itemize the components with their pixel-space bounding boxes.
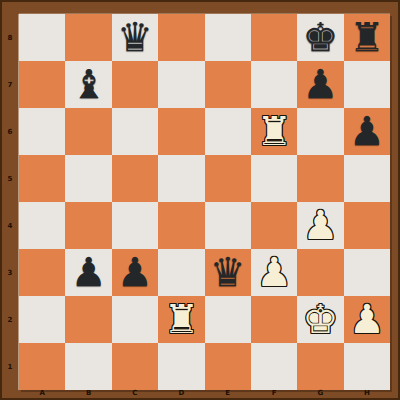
square-d7[interactable]	[158, 61, 204, 108]
rank-label-2: 2	[2, 296, 18, 343]
piece-black-bishop[interactable]: ♝	[71, 64, 107, 104]
square-g7[interactable]: ♟	[297, 61, 343, 108]
piece-black-pawn[interactable]: ♟	[303, 64, 339, 104]
square-b4[interactable]	[65, 202, 111, 249]
rank-label-4: 4	[2, 202, 18, 249]
piece-white-rook[interactable]: ♜	[256, 111, 292, 151]
square-c5[interactable]	[112, 155, 158, 202]
square-b5[interactable]	[65, 155, 111, 202]
square-f1[interactable]	[251, 343, 297, 390]
square-h4[interactable]	[344, 202, 390, 249]
square-b6[interactable]	[65, 108, 111, 155]
square-g3[interactable]	[297, 249, 343, 296]
piece-white-pawn[interactable]: ♟	[256, 252, 292, 292]
piece-white-king[interactable]: ♚	[303, 299, 339, 339]
square-c2[interactable]	[112, 296, 158, 343]
square-a3[interactable]	[19, 249, 65, 296]
square-a2[interactable]	[19, 296, 65, 343]
square-d2[interactable]: ♜	[158, 296, 204, 343]
piece-white-pawn[interactable]: ♟	[349, 299, 385, 339]
file-label-f: F	[251, 387, 297, 398]
rank-label-1: 1	[2, 343, 18, 390]
file-label-a: A	[19, 387, 65, 398]
square-f8[interactable]	[251, 14, 297, 61]
square-h5[interactable]	[344, 155, 390, 202]
square-h2[interactable]: ♟	[344, 296, 390, 343]
file-label-b: B	[65, 387, 111, 398]
square-f2[interactable]	[251, 296, 297, 343]
rank-label-8: 8	[2, 14, 18, 61]
square-d8[interactable]	[158, 14, 204, 61]
file-label-h: H	[344, 387, 390, 398]
square-a7[interactable]	[19, 61, 65, 108]
square-a8[interactable]	[19, 14, 65, 61]
piece-white-pawn[interactable]: ♟	[303, 205, 339, 245]
square-e3[interactable]: ♛	[205, 249, 251, 296]
square-c4[interactable]	[112, 202, 158, 249]
chess-board: ♛♚♜♝♟♜♟♟♟♟♛♟♜♚♟	[19, 14, 390, 390]
piece-black-pawn[interactable]: ♟	[349, 111, 385, 151]
square-h8[interactable]: ♜	[344, 14, 390, 61]
square-e5[interactable]	[205, 155, 251, 202]
square-e2[interactable]	[205, 296, 251, 343]
square-g6[interactable]	[297, 108, 343, 155]
square-g5[interactable]	[297, 155, 343, 202]
square-d1[interactable]	[158, 343, 204, 390]
file-label-c: C	[112, 387, 158, 398]
square-g2[interactable]: ♚	[297, 296, 343, 343]
square-g8[interactable]: ♚	[297, 14, 343, 61]
piece-black-pawn[interactable]: ♟	[117, 252, 153, 292]
square-g1[interactable]	[297, 343, 343, 390]
square-c8[interactable]: ♛	[112, 14, 158, 61]
square-b1[interactable]	[65, 343, 111, 390]
square-c3[interactable]: ♟	[112, 249, 158, 296]
piece-black-rook[interactable]: ♜	[349, 17, 385, 57]
square-g4[interactable]: ♟	[297, 202, 343, 249]
square-a4[interactable]	[19, 202, 65, 249]
square-a6[interactable]	[19, 108, 65, 155]
square-f7[interactable]	[251, 61, 297, 108]
square-e8[interactable]	[205, 14, 251, 61]
square-e7[interactable]	[205, 61, 251, 108]
piece-white-rook[interactable]: ♜	[163, 299, 199, 339]
file-label-e: E	[205, 387, 251, 398]
square-f4[interactable]	[251, 202, 297, 249]
square-b2[interactable]	[65, 296, 111, 343]
piece-black-pawn[interactable]: ♟	[71, 252, 107, 292]
square-e4[interactable]	[205, 202, 251, 249]
file-label-g: G	[297, 387, 343, 398]
square-e1[interactable]	[205, 343, 251, 390]
square-a5[interactable]	[19, 155, 65, 202]
square-d4[interactable]	[158, 202, 204, 249]
square-e6[interactable]	[205, 108, 251, 155]
square-h7[interactable]	[344, 61, 390, 108]
square-b3[interactable]: ♟	[65, 249, 111, 296]
rank-label-3: 3	[2, 249, 18, 296]
rank-label-7: 7	[2, 61, 18, 108]
square-b7[interactable]: ♝	[65, 61, 111, 108]
square-c1[interactable]	[112, 343, 158, 390]
square-d5[interactable]	[158, 155, 204, 202]
square-d3[interactable]	[158, 249, 204, 296]
rank-label-5: 5	[2, 155, 18, 202]
chess-board-frame: ♛♚♜♝♟♜♟♟♟♟♛♟♜♚♟ 87654321ABCDEFGH	[0, 0, 400, 400]
square-f5[interactable]	[251, 155, 297, 202]
square-f3[interactable]: ♟	[251, 249, 297, 296]
piece-black-queen[interactable]: ♛	[117, 17, 153, 57]
square-c7[interactable]	[112, 61, 158, 108]
piece-black-queen[interactable]: ♛	[210, 252, 246, 292]
file-label-d: D	[158, 387, 204, 398]
square-c6[interactable]	[112, 108, 158, 155]
square-b8[interactable]	[65, 14, 111, 61]
piece-black-king[interactable]: ♚	[303, 17, 339, 57]
rank-label-6: 6	[2, 108, 18, 155]
square-a1[interactable]	[19, 343, 65, 390]
square-h1[interactable]	[344, 343, 390, 390]
square-h6[interactable]: ♟	[344, 108, 390, 155]
square-d6[interactable]	[158, 108, 204, 155]
square-h3[interactable]	[344, 249, 390, 296]
square-f6[interactable]: ♜	[251, 108, 297, 155]
